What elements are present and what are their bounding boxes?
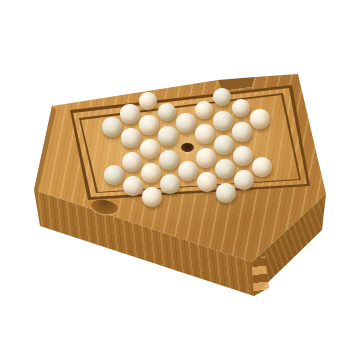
empty-hole[interactable] xyxy=(181,143,194,152)
marble[interactable] xyxy=(140,139,160,159)
marble[interactable] xyxy=(160,174,181,195)
marble[interactable] xyxy=(122,152,142,172)
marble[interactable] xyxy=(142,187,163,208)
marble[interactable] xyxy=(214,135,234,155)
marble[interactable] xyxy=(213,88,232,107)
marble[interactable] xyxy=(216,183,237,204)
marble[interactable] xyxy=(232,99,251,118)
marble[interactable] xyxy=(196,148,216,168)
scene xyxy=(0,0,350,350)
marble[interactable] xyxy=(197,172,218,193)
marble[interactable] xyxy=(158,103,177,122)
marble[interactable] xyxy=(250,109,269,128)
marble[interactable] xyxy=(215,159,235,179)
marble[interactable] xyxy=(233,146,253,166)
marble[interactable] xyxy=(176,113,195,132)
marble[interactable] xyxy=(141,163,161,183)
marble[interactable] xyxy=(159,150,179,170)
pieces-layer xyxy=(0,0,350,350)
marble[interactable] xyxy=(195,101,214,120)
marble[interactable] xyxy=(121,128,141,148)
marble[interactable] xyxy=(195,124,214,143)
marble[interactable] xyxy=(139,115,158,134)
marble[interactable] xyxy=(158,126,178,146)
marble[interactable] xyxy=(104,165,124,185)
marble[interactable] xyxy=(234,170,254,190)
marble[interactable] xyxy=(120,104,139,123)
marble[interactable] xyxy=(178,161,198,181)
marble[interactable] xyxy=(102,117,121,136)
marble[interactable] xyxy=(123,176,144,197)
marble[interactable] xyxy=(252,157,272,177)
marble[interactable] xyxy=(213,111,232,130)
marble[interactable] xyxy=(232,122,251,141)
marble[interactable] xyxy=(139,92,158,111)
